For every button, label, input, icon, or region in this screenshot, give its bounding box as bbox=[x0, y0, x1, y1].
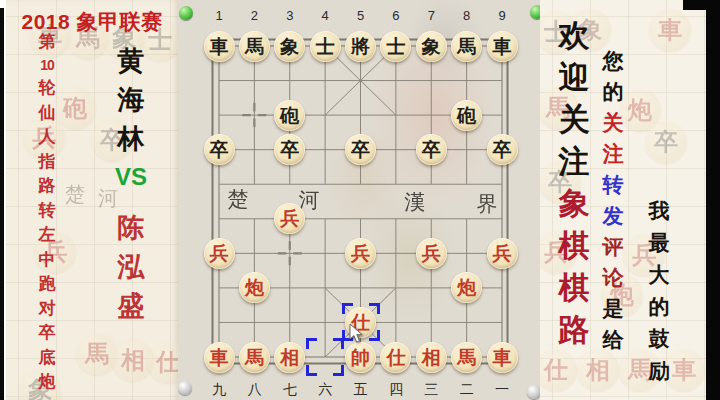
file-label-bottom-5: 五 bbox=[354, 381, 368, 399]
piece-black-車-c9r1[interactable]: 車 bbox=[487, 31, 518, 62]
opening-line-char: 10 bbox=[40, 58, 54, 72]
board-corner-stud-bottom-left bbox=[178, 381, 192, 395]
piece-black-卒-c5r4[interactable]: 卒 bbox=[345, 134, 376, 165]
piece-red-兵-c1r7[interactable]: 兵 bbox=[204, 238, 235, 269]
watermark-piece: 仕 bbox=[147, 341, 178, 383]
board-corner-stud-top-right bbox=[530, 5, 540, 19]
player1-name-char: 林 bbox=[118, 126, 145, 153]
headline-char: 象 bbox=[559, 188, 590, 219]
piece-black-士-c4r1[interactable]: 士 bbox=[310, 31, 341, 62]
piece-red-仕-c5r9[interactable]: 仕 bbox=[345, 307, 376, 338]
middle-text-char: 评 bbox=[603, 236, 624, 257]
vs-label: VS bbox=[115, 165, 147, 189]
watermark-piece: 相 bbox=[577, 349, 619, 391]
piece-red-馬-c8r10[interactable]: 馬 bbox=[451, 342, 482, 373]
player2-name-char: 泓 bbox=[118, 254, 145, 281]
piece-black-將-c5r1[interactable]: 將 bbox=[345, 31, 376, 62]
board-corner-stud-top-left bbox=[179, 6, 193, 20]
file-label-bottom-3: 七 bbox=[283, 381, 297, 399]
headline-char: 欢 bbox=[559, 20, 590, 51]
file-label-bottom-6: 四 bbox=[389, 381, 403, 399]
piece-red-相-c3r10[interactable]: 相 bbox=[274, 342, 305, 373]
file-label-top-7: 7 bbox=[428, 8, 435, 23]
opening-line-char: 第 bbox=[39, 33, 56, 50]
file-label-bottom-8: 二 bbox=[460, 381, 474, 399]
headline-column: 欢迎关注象棋棋路 bbox=[556, 20, 592, 345]
piece-black-卒-c7r4[interactable]: 卒 bbox=[416, 134, 447, 165]
file-label-top-9: 9 bbox=[498, 8, 505, 23]
piece-red-車-c1r10[interactable]: 車 bbox=[204, 342, 235, 373]
encourage-text-char: 鼓 bbox=[649, 328, 670, 349]
middle-text-column: 您的关注转发评论是给 bbox=[600, 50, 626, 350]
letterbox-top-right-bar bbox=[683, 0, 720, 10]
piece-black-砲-c3r3[interactable]: 砲 bbox=[274, 100, 305, 131]
opening-line-char: 跑 bbox=[39, 275, 56, 292]
piece-black-象-c3r1[interactable]: 象 bbox=[274, 31, 305, 62]
piece-red-馬-c2r10[interactable]: 馬 bbox=[239, 342, 270, 373]
watermark-river-text: 楚 bbox=[65, 184, 85, 204]
piece-black-卒-c1r4[interactable]: 卒 bbox=[204, 134, 235, 165]
headline-char: 棋 bbox=[559, 272, 590, 303]
encourage-text-column: 我最大的鼓励 bbox=[646, 200, 672, 381]
opening-line-char: 中 bbox=[39, 251, 56, 268]
piece-black-馬-c8r1[interactable]: 馬 bbox=[451, 31, 482, 62]
player1-name-char: 黄 bbox=[118, 48, 145, 75]
headline-char: 注 bbox=[559, 146, 590, 177]
board-panel[interactable]: 123456789九八七六五四三二一 楚河漢界 車馬象士將士象馬車砲砲卒卒卒卒卒… bbox=[178, 0, 540, 400]
file-label-top-4: 4 bbox=[322, 8, 329, 23]
headline-char: 关 bbox=[559, 104, 590, 135]
piece-red-仕-c6r10[interactable]: 仕 bbox=[380, 342, 411, 373]
river-text: 界 bbox=[477, 190, 498, 218]
letterbox-left-bar bbox=[0, 8, 4, 400]
piece-red-兵-c9r7[interactable]: 兵 bbox=[487, 238, 518, 269]
encourage-text-char: 大 bbox=[649, 264, 670, 285]
file-label-bottom-9: 一 bbox=[495, 381, 509, 399]
file-label-top-5: 5 bbox=[357, 8, 364, 23]
file-label-bottom-2: 八 bbox=[247, 381, 261, 399]
encourage-text-char: 我 bbox=[649, 200, 670, 221]
watermark-piece: 仕 bbox=[540, 349, 577, 391]
watermark-piece: 卒 bbox=[645, 121, 687, 163]
opening-line-char: 轮 bbox=[39, 79, 56, 96]
file-label-top-2: 2 bbox=[251, 8, 258, 23]
players-column: 黄海林VS陈泓盛 bbox=[107, 48, 155, 320]
middle-text-char: 您 bbox=[603, 50, 624, 71]
player2-name-char: 盛 bbox=[118, 293, 145, 320]
opening-line-char: 指 bbox=[39, 153, 56, 170]
middle-text-char: 转 bbox=[603, 174, 624, 195]
opening-line-char: 路 bbox=[39, 177, 56, 194]
file-label-top-6: 6 bbox=[392, 8, 399, 23]
opening-line-char: 卒 bbox=[39, 324, 56, 341]
player2-name-char: 陈 bbox=[118, 215, 145, 242]
middle-text-char: 论 bbox=[603, 267, 624, 288]
piece-red-兵-c7r7[interactable]: 兵 bbox=[416, 238, 447, 269]
river-text: 漢 bbox=[405, 188, 426, 216]
file-label-top-8: 8 bbox=[463, 8, 470, 23]
middle-text-char: 是 bbox=[603, 298, 624, 319]
encourage-text-char: 最 bbox=[649, 232, 670, 253]
piece-black-象-c7r1[interactable]: 象 bbox=[416, 31, 447, 62]
file-label-bottom-1: 九 bbox=[212, 381, 226, 399]
file-label-top-1: 1 bbox=[215, 8, 222, 23]
left-info-panel: 車馬象士砲兵卒兵馬相仕象楚河 2018 象甲联赛 第10轮仙人指路转左中跑对卒底… bbox=[6, 0, 178, 400]
encourage-text-char: 励 bbox=[649, 360, 670, 381]
opening-line-char: 左 bbox=[39, 226, 56, 243]
encourage-text-char: 的 bbox=[649, 296, 670, 317]
file-label-bottom-7: 三 bbox=[424, 381, 438, 399]
middle-text-char: 给 bbox=[603, 329, 624, 350]
video-frame: 車馬象士砲兵卒兵馬相仕象楚河 2018 象甲联赛 第10轮仙人指路转左中跑对卒底… bbox=[0, 0, 720, 400]
opening-line-char: 仙 bbox=[39, 104, 56, 121]
watermark-piece: 車 bbox=[649, 9, 691, 51]
file-label-top-3: 3 bbox=[286, 8, 293, 23]
piece-red-車-c9r10[interactable]: 車 bbox=[487, 342, 518, 373]
board-corner-stud-bottom-right bbox=[527, 385, 540, 399]
headline-char: 路 bbox=[559, 314, 590, 345]
piece-black-車-c1r1[interactable]: 車 bbox=[204, 31, 235, 62]
opening-line-column: 第10轮仙人指路转左中跑对卒底炮 bbox=[32, 33, 62, 390]
middle-text-char: 关 bbox=[603, 112, 624, 133]
headline-char: 迎 bbox=[559, 62, 590, 93]
piece-black-士-c6r1[interactable]: 士 bbox=[380, 31, 411, 62]
opening-line-char: 炮 bbox=[39, 373, 56, 390]
headline-char: 棋 bbox=[559, 230, 590, 261]
player1-name-char: 海 bbox=[118, 87, 145, 114]
middle-text-char: 注 bbox=[603, 143, 624, 164]
opening-line-char: 底 bbox=[39, 349, 56, 366]
piece-red-帥-c5r10[interactable]: 帥 bbox=[345, 342, 376, 373]
piece-black-卒-c9r4[interactable]: 卒 bbox=[487, 134, 518, 165]
opening-line-char: 转 bbox=[39, 202, 56, 219]
piece-red-相-c7r10[interactable]: 相 bbox=[416, 342, 447, 373]
letterbox-right-bar bbox=[706, 0, 720, 400]
middle-text-char: 的 bbox=[603, 81, 624, 102]
middle-text-char: 发 bbox=[603, 205, 624, 226]
piece-black-馬-c2r1[interactable]: 馬 bbox=[239, 31, 270, 62]
river-text: 楚 bbox=[228, 185, 249, 213]
piece-black-砲-c8r3[interactable]: 砲 bbox=[451, 100, 482, 131]
opening-line-char: 人 bbox=[39, 128, 56, 145]
piece-red-兵-c5r7[interactable]: 兵 bbox=[345, 238, 376, 269]
event-title: 2018 象甲联赛 bbox=[10, 8, 174, 36]
file-label-bottom-4: 六 bbox=[318, 381, 332, 399]
opening-line-char: 对 bbox=[39, 300, 56, 317]
